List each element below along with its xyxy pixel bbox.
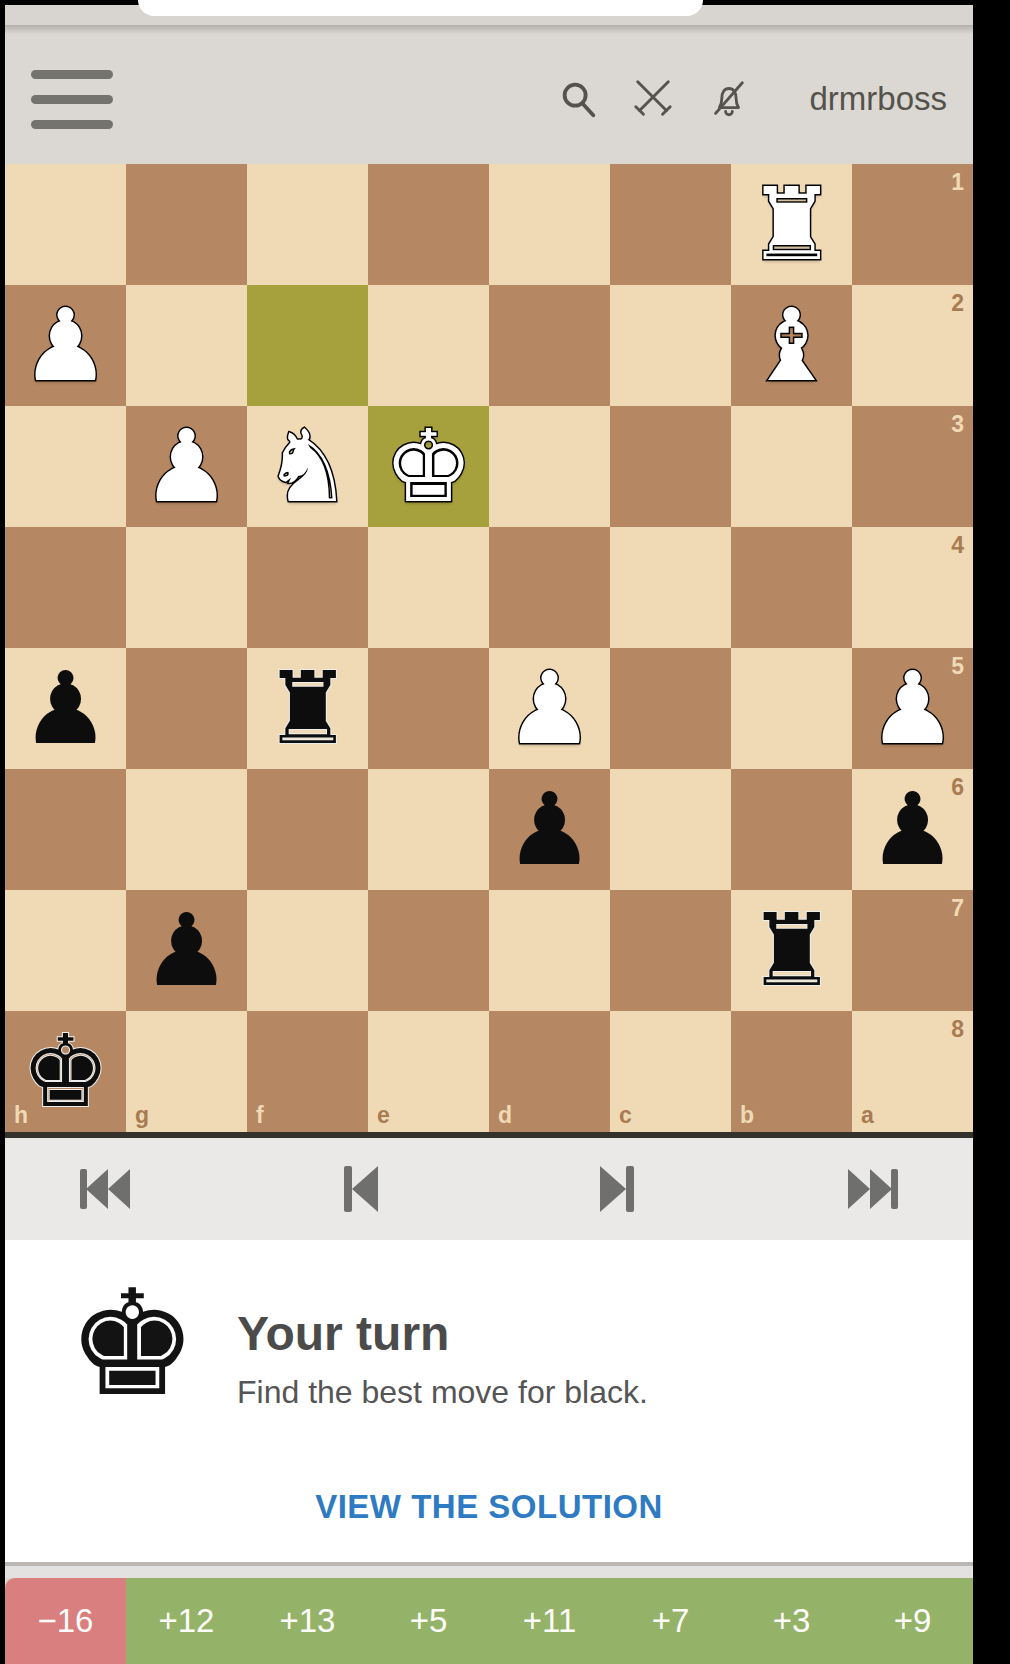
nav-last-button[interactable] bbox=[813, 1168, 933, 1210]
square-h1[interactable] bbox=[5, 164, 126, 285]
square-a1[interactable]: 1 bbox=[852, 164, 973, 285]
square-a2[interactable]: 2 bbox=[852, 285, 973, 406]
square-h6[interactable] bbox=[5, 769, 126, 890]
square-d2[interactable] bbox=[489, 285, 610, 406]
file-label-g: g bbox=[135, 1102, 149, 1129]
square-h3[interactable] bbox=[5, 406, 126, 527]
file-label-b: b bbox=[740, 1102, 754, 1129]
square-g6[interactable] bbox=[126, 769, 247, 890]
square-c4[interactable] bbox=[610, 527, 731, 648]
square-d1[interactable] bbox=[489, 164, 610, 285]
hamburger-bar bbox=[31, 120, 113, 129]
square-f2[interactable] bbox=[247, 285, 368, 406]
puzzle-history-item[interactable]: +5 bbox=[368, 1578, 489, 1664]
square-c6[interactable] bbox=[610, 769, 731, 890]
square-e4[interactable] bbox=[368, 527, 489, 648]
square-f4[interactable] bbox=[247, 527, 368, 648]
white-bishop[interactable]: ♝ bbox=[747, 296, 837, 396]
nav-first-button[interactable] bbox=[45, 1168, 165, 1210]
square-a7[interactable]: 7 bbox=[852, 890, 973, 1011]
square-f6[interactable] bbox=[247, 769, 368, 890]
rank-label-1: 1 bbox=[951, 169, 964, 196]
black-pawn[interactable]: ♟ bbox=[21, 659, 111, 759]
black-rook[interactable]: ♜ bbox=[747, 901, 837, 1001]
square-e2[interactable] bbox=[368, 285, 489, 406]
square-e1[interactable] bbox=[368, 164, 489, 285]
camera-cutout-pill bbox=[138, 0, 703, 16]
square-c5[interactable] bbox=[610, 648, 731, 769]
file-label-a: a bbox=[861, 1102, 874, 1129]
square-b7[interactable]: ♜ bbox=[731, 890, 852, 1011]
square-h2[interactable]: ♟ bbox=[5, 285, 126, 406]
square-c8[interactable]: c bbox=[610, 1011, 731, 1132]
square-d7[interactable] bbox=[489, 890, 610, 1011]
notifications-muted-bell-slash-icon[interactable] bbox=[707, 78, 749, 120]
square-g2[interactable] bbox=[126, 285, 247, 406]
puzzle-history-item[interactable]: −16 bbox=[5, 1578, 126, 1664]
black-pawn[interactable]: ♟ bbox=[505, 780, 595, 880]
challenge-crossed-swords-icon[interactable] bbox=[631, 78, 675, 120]
square-c1[interactable] bbox=[610, 164, 731, 285]
black-king-icon: ♚ bbox=[67, 1270, 198, 1416]
white-rook[interactable]: ♜ bbox=[747, 175, 837, 275]
file-label-d: d bbox=[498, 1102, 512, 1129]
square-a3[interactable]: 3 bbox=[852, 406, 973, 527]
square-e3[interactable]: ♚ bbox=[368, 406, 489, 527]
square-b4[interactable] bbox=[731, 527, 852, 648]
square-g7[interactable]: ♟ bbox=[126, 890, 247, 1011]
black-pawn[interactable]: ♟ bbox=[868, 780, 958, 880]
status-bar-shadow bbox=[5, 25, 973, 34]
white-pawn[interactable]: ♟ bbox=[505, 659, 595, 759]
gap-band bbox=[5, 1566, 973, 1578]
square-e5[interactable] bbox=[368, 648, 489, 769]
square-b6[interactable] bbox=[731, 769, 852, 890]
square-a6[interactable]: 6♟ bbox=[852, 769, 973, 890]
white-pawn[interactable]: ♟ bbox=[868, 659, 958, 759]
square-f5[interactable]: ♜ bbox=[247, 648, 368, 769]
puzzle-history-item[interactable]: +7 bbox=[610, 1578, 731, 1664]
square-f3[interactable]: ♞ bbox=[247, 406, 368, 527]
puzzle-history-item[interactable]: +11 bbox=[489, 1578, 610, 1664]
black-rook[interactable]: ♜ bbox=[263, 659, 353, 759]
square-f7[interactable] bbox=[247, 890, 368, 1011]
square-d6[interactable]: ♟ bbox=[489, 769, 610, 890]
square-d3[interactable] bbox=[489, 406, 610, 527]
puzzle-feedback-panel: ♚ Your turn Find the best move for black… bbox=[5, 1240, 973, 1562]
square-d8[interactable]: d bbox=[489, 1011, 610, 1132]
square-b1[interactable]: ♜ bbox=[731, 164, 852, 285]
rank-label-5: 5 bbox=[951, 653, 964, 680]
puzzle-history-bar: −16+12+13+5+11+7+3+9 bbox=[5, 1578, 973, 1664]
rank-label-2: 2 bbox=[951, 290, 964, 317]
search-icon[interactable] bbox=[557, 78, 599, 120]
file-label-f: f bbox=[256, 1102, 264, 1129]
app-window: drmrboss ♜1♟♝2♟♞♚34♟♜♟5♟♟6♟♟♜7h♚gfedcb8a bbox=[5, 0, 973, 1664]
square-d5[interactable]: ♟ bbox=[489, 648, 610, 769]
square-f1[interactable] bbox=[247, 164, 368, 285]
square-h5[interactable]: ♟ bbox=[5, 648, 126, 769]
black-king[interactable]: ♚ bbox=[21, 1022, 111, 1122]
square-b2[interactable]: ♝ bbox=[731, 285, 852, 406]
nav-next-button[interactable] bbox=[557, 1166, 677, 1212]
square-d4[interactable] bbox=[489, 527, 610, 648]
square-e8[interactable]: e bbox=[368, 1011, 489, 1132]
square-g8[interactable]: g bbox=[126, 1011, 247, 1132]
board: ♜1♟♝2♟♞♚34♟♜♟5♟♟6♟♟♜7h♚gfedcb8a bbox=[5, 164, 973, 1132]
square-f8[interactable]: f bbox=[247, 1011, 368, 1132]
square-h7[interactable] bbox=[5, 890, 126, 1011]
rank-label-3: 3 bbox=[951, 411, 964, 438]
white-pawn[interactable]: ♟ bbox=[142, 417, 232, 517]
hamburger-bar bbox=[31, 95, 113, 104]
square-a5[interactable]: 5♟ bbox=[852, 648, 973, 769]
puzzle-history-item[interactable]: +9 bbox=[852, 1578, 973, 1664]
puzzle-history-item[interactable]: +3 bbox=[731, 1578, 852, 1664]
move-navigation-bar bbox=[5, 1138, 973, 1240]
square-h8[interactable]: h♚ bbox=[5, 1011, 126, 1132]
square-a4[interactable]: 4 bbox=[852, 527, 973, 648]
hamburger-bar bbox=[31, 70, 113, 79]
square-b3[interactable] bbox=[731, 406, 852, 527]
white-knight[interactable]: ♞ bbox=[263, 417, 353, 517]
square-e7[interactable] bbox=[368, 890, 489, 1011]
file-label-h: h bbox=[14, 1102, 28, 1129]
square-g5[interactable] bbox=[126, 648, 247, 769]
hamburger-menu-button[interactable] bbox=[31, 70, 113, 129]
square-e6[interactable] bbox=[368, 769, 489, 890]
white-king[interactable]: ♚ bbox=[384, 417, 474, 517]
rank-label-7: 7 bbox=[951, 895, 964, 922]
white-pawn[interactable]: ♟ bbox=[21, 296, 111, 396]
rank-label-8: 8 bbox=[951, 1016, 964, 1043]
puzzle-history-item[interactable]: +12 bbox=[126, 1578, 247, 1664]
app-bar: drmrboss bbox=[5, 34, 973, 164]
square-g4[interactable] bbox=[126, 527, 247, 648]
rank-label-6: 6 bbox=[951, 774, 964, 801]
square-b5[interactable] bbox=[731, 648, 852, 769]
nav-previous-button[interactable] bbox=[301, 1166, 421, 1212]
square-b8[interactable]: b bbox=[731, 1011, 852, 1132]
square-c3[interactable] bbox=[610, 406, 731, 527]
turn-title: Your turn bbox=[237, 1306, 449, 1361]
square-a8[interactable]: 8a bbox=[852, 1011, 973, 1132]
file-label-c: c bbox=[619, 1102, 632, 1129]
square-h4[interactable] bbox=[5, 527, 126, 648]
square-g3[interactable]: ♟ bbox=[126, 406, 247, 527]
username[interactable]: drmrboss bbox=[809, 80, 947, 118]
view-solution-link[interactable]: VIEW THE SOLUTION bbox=[5, 1488, 973, 1526]
square-c2[interactable] bbox=[610, 285, 731, 406]
black-pawn[interactable]: ♟ bbox=[142, 901, 232, 1001]
status-bar bbox=[5, 0, 973, 5]
square-g1[interactable] bbox=[126, 164, 247, 285]
rank-label-4: 4 bbox=[951, 532, 964, 559]
puzzle-history-item[interactable]: +13 bbox=[247, 1578, 368, 1664]
file-label-e: e bbox=[377, 1102, 390, 1129]
square-c7[interactable] bbox=[610, 890, 731, 1011]
turn-subtitle: Find the best move for black. bbox=[237, 1374, 648, 1411]
